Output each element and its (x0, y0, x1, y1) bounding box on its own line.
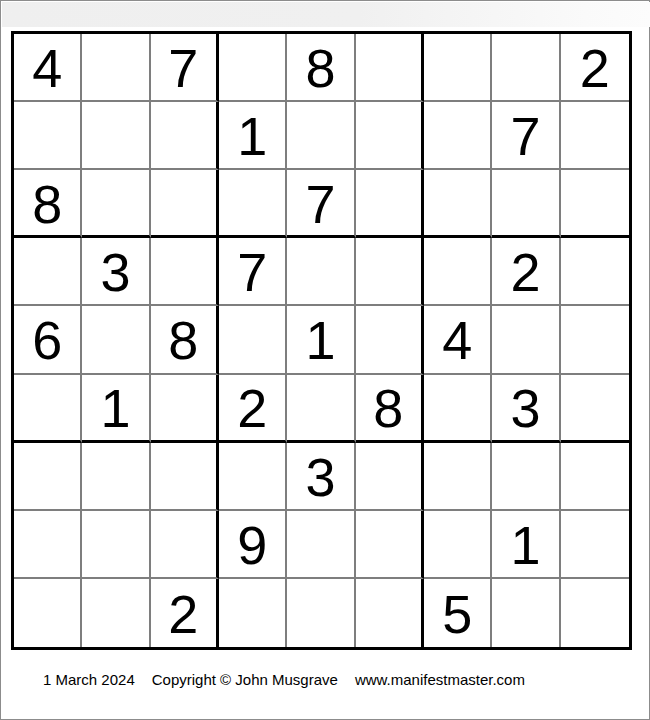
cell-r2c3[interactable] (151, 102, 219, 170)
cell-r9c9[interactable] (561, 579, 629, 647)
cell-r3c7[interactable] (424, 170, 492, 238)
cell-r8c2[interactable] (82, 511, 150, 579)
cell-r8c8[interactable]: 1 (492, 511, 560, 579)
cell-r6c3[interactable] (151, 375, 219, 443)
cell-r5c3[interactable]: 8 (151, 306, 219, 374)
cell-r3c9[interactable] (561, 170, 629, 238)
cell-r7c1[interactable] (14, 443, 82, 511)
given-digit: 8 (32, 177, 62, 231)
given-digit: 4 (32, 41, 62, 95)
given-digit: 5 (442, 587, 472, 641)
cell-r6c5[interactable] (287, 375, 355, 443)
given-digit: 7 (510, 109, 540, 163)
cell-r3c5[interactable]: 7 (287, 170, 355, 238)
given-digit: 2 (168, 587, 198, 641)
cell-r3c4[interactable] (219, 170, 287, 238)
cell-r5c6[interactable] (356, 306, 424, 374)
cell-r7c4[interactable] (219, 443, 287, 511)
given-digit: 1 (237, 109, 267, 163)
given-digit: 8 (168, 313, 198, 367)
cell-r2c8[interactable]: 7 (492, 102, 560, 170)
cell-r2c5[interactable] (287, 102, 355, 170)
given-digit: 1 (305, 313, 335, 367)
given-digit: 3 (100, 245, 130, 299)
cell-r3c8[interactable] (492, 170, 560, 238)
cell-r9c2[interactable] (82, 579, 150, 647)
given-digit: 3 (510, 381, 540, 435)
cell-r1c3[interactable]: 7 (151, 34, 219, 102)
cell-r5c7[interactable]: 4 (424, 306, 492, 374)
cell-r6c4[interactable]: 2 (219, 375, 287, 443)
cell-r1c8[interactable] (492, 34, 560, 102)
given-digit: 4 (442, 313, 472, 367)
given-digit: 7 (168, 41, 198, 95)
cell-r8c1[interactable] (14, 511, 82, 579)
cell-r9c7[interactable]: 5 (424, 579, 492, 647)
cell-r6c6[interactable]: 8 (356, 375, 424, 443)
cell-r2c9[interactable] (561, 102, 629, 170)
cell-r7c6[interactable] (356, 443, 424, 511)
cell-r1c1[interactable]: 4 (14, 34, 82, 102)
copyright-text: Copyright © John Musgrave (152, 671, 338, 688)
cell-r5c1[interactable]: 6 (14, 306, 82, 374)
cell-r1c6[interactable] (356, 34, 424, 102)
cell-r5c2[interactable] (82, 306, 150, 374)
cell-r5c5[interactable]: 1 (287, 306, 355, 374)
given-digit: 3 (305, 450, 335, 504)
cell-r9c3[interactable]: 2 (151, 579, 219, 647)
cell-r6c8[interactable]: 3 (492, 375, 560, 443)
cell-r3c3[interactable] (151, 170, 219, 238)
cell-r3c1[interactable]: 8 (14, 170, 82, 238)
cell-r8c9[interactable] (561, 511, 629, 579)
given-digit: 1 (100, 381, 130, 435)
cell-r6c2[interactable]: 1 (82, 375, 150, 443)
cell-r8c3[interactable] (151, 511, 219, 579)
cell-r5c9[interactable] (561, 306, 629, 374)
cell-r1c2[interactable] (82, 34, 150, 102)
sudoku-board: 478217873726814128339125 (11, 31, 632, 650)
cell-r7c3[interactable] (151, 443, 219, 511)
cell-r4c4[interactable]: 7 (219, 238, 287, 306)
cell-r2c2[interactable] (82, 102, 150, 170)
footer: 1 March 2024 Copyright © John Musgrave w… (43, 671, 525, 688)
given-digit: 6 (32, 313, 62, 367)
cell-r3c6[interactable] (356, 170, 424, 238)
cell-r7c7[interactable] (424, 443, 492, 511)
cell-r9c6[interactable] (356, 579, 424, 647)
cell-r4c3[interactable] (151, 238, 219, 306)
cell-r4c7[interactable] (424, 238, 492, 306)
cell-r6c1[interactable] (14, 375, 82, 443)
cell-r7c9[interactable] (561, 443, 629, 511)
cell-r1c7[interactable] (424, 34, 492, 102)
given-digit: 2 (237, 381, 267, 435)
cell-r8c4[interactable]: 9 (219, 511, 287, 579)
cell-r8c7[interactable] (424, 511, 492, 579)
cell-r2c7[interactable] (424, 102, 492, 170)
cell-r1c4[interactable] (219, 34, 287, 102)
cell-r5c4[interactable] (219, 306, 287, 374)
cell-r5c8[interactable] (492, 306, 560, 374)
cell-r4c6[interactable] (356, 238, 424, 306)
cell-r2c1[interactable] (14, 102, 82, 170)
given-digit: 7 (237, 245, 267, 299)
given-digit: 8 (305, 41, 335, 95)
cell-r3c2[interactable] (82, 170, 150, 238)
cell-r4c1[interactable] (14, 238, 82, 306)
cell-r9c8[interactable] (492, 579, 560, 647)
given-digit: 8 (373, 381, 403, 435)
given-digit: 7 (305, 177, 335, 231)
cell-r2c6[interactable] (356, 102, 424, 170)
cell-r7c8[interactable] (492, 443, 560, 511)
cell-r9c1[interactable] (14, 579, 82, 647)
cell-r7c5[interactable]: 3 (287, 443, 355, 511)
cell-r8c5[interactable] (287, 511, 355, 579)
website-text: www.manifestmaster.com (355, 671, 525, 688)
cell-r1c5[interactable]: 8 (287, 34, 355, 102)
page: 478217873726814128339125 1 March 2024 Co… (0, 0, 650, 720)
cell-r8c6[interactable] (356, 511, 424, 579)
given-digit: 2 (580, 41, 610, 95)
cell-r1c9[interactable]: 2 (561, 34, 629, 102)
cell-r6c7[interactable] (424, 375, 492, 443)
given-digit: 2 (510, 245, 540, 299)
cell-r2c4[interactable]: 1 (219, 102, 287, 170)
puzzle-date: 1 March 2024 (43, 671, 135, 688)
cell-r4c5[interactable] (287, 238, 355, 306)
cell-r9c4[interactable] (219, 579, 287, 647)
given-digit: 1 (510, 518, 540, 572)
cell-r9c5[interactable] (287, 579, 355, 647)
cell-r7c2[interactable] (82, 443, 150, 511)
given-digit: 9 (237, 518, 267, 572)
cell-r6c9[interactable] (561, 375, 629, 443)
cell-r4c2[interactable]: 3 (82, 238, 150, 306)
cell-r4c8[interactable]: 2 (492, 238, 560, 306)
header-band (2, 2, 650, 27)
cell-r4c9[interactable] (561, 238, 629, 306)
